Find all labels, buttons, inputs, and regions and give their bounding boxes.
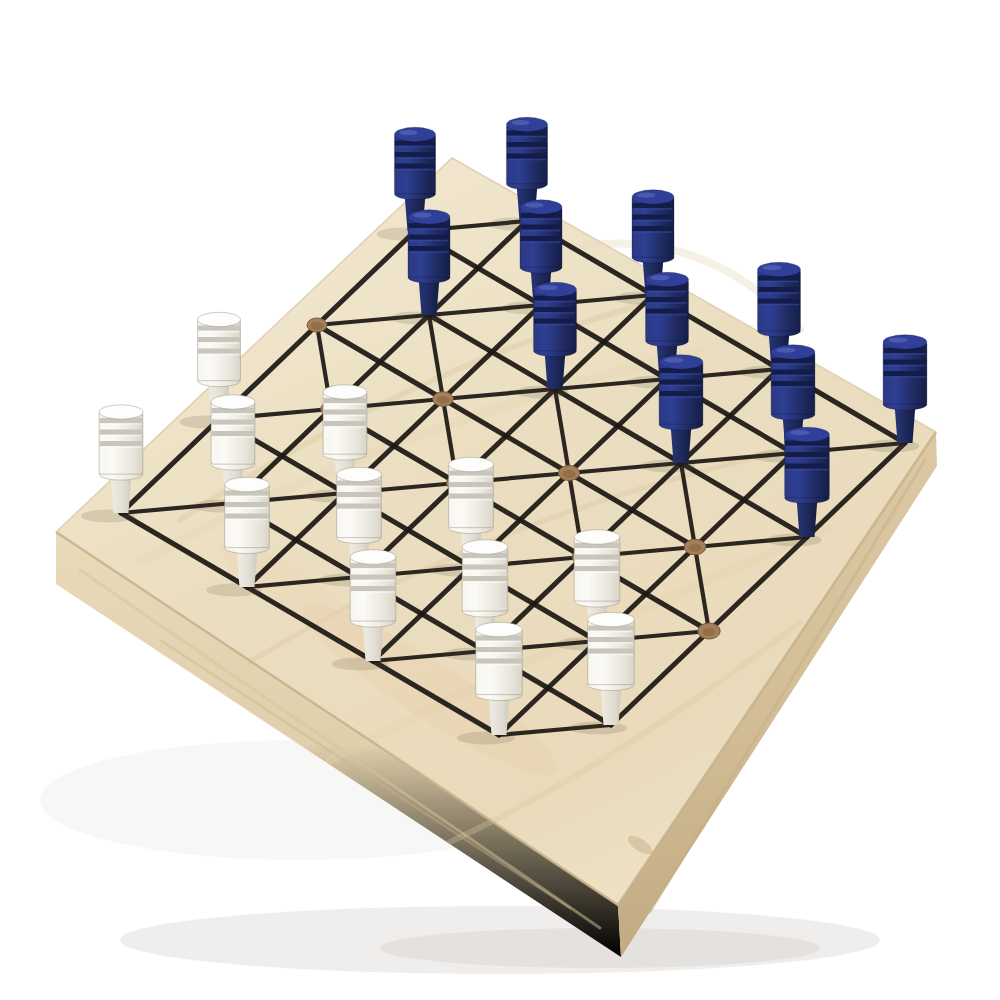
hole-sq15[interactable] (558, 466, 579, 481)
photo-canvas (0, 0, 1000, 1000)
hole-sq14[interactable] (433, 392, 454, 407)
hole-sq20[interactable] (698, 623, 720, 639)
hole-sq16[interactable] (684, 539, 706, 555)
hole-sq13[interactable] (307, 318, 327, 332)
board-photo (0, 0, 1000, 1000)
